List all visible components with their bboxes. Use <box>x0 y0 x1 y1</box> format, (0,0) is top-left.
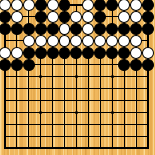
stone-black <box>142 0 154 11</box>
board-cell[interactable] <box>0 0 11 11</box>
board-cell[interactable] <box>23 59 35 71</box>
board-cell[interactable] <box>35 35 47 47</box>
go-board[interactable] <box>0 0 155 155</box>
board-cell[interactable] <box>11 23 23 35</box>
stone-white <box>94 35 106 47</box>
stone-black <box>118 47 130 59</box>
board-cell[interactable] <box>0 11 11 23</box>
stone-black <box>59 0 71 11</box>
stone-black <box>106 0 118 11</box>
stone-white <box>70 35 82 47</box>
board-cell[interactable] <box>82 11 94 23</box>
stone-white <box>0 0 11 11</box>
board-cell[interactable] <box>118 35 130 47</box>
board-cell[interactable] <box>11 59 23 71</box>
stone-white <box>47 35 59 47</box>
board-cell[interactable] <box>35 47 47 59</box>
stone-white <box>118 35 130 47</box>
board-cell[interactable] <box>118 0 130 11</box>
stone-black <box>142 59 154 71</box>
stone-white <box>0 47 11 59</box>
board-cell[interactable] <box>35 0 47 11</box>
board-cell[interactable] <box>59 0 71 11</box>
board-cell[interactable] <box>94 0 106 11</box>
board-cell[interactable] <box>130 0 142 11</box>
board-cell[interactable] <box>106 35 118 47</box>
board-cell[interactable] <box>70 23 82 35</box>
board-cell[interactable] <box>0 47 11 59</box>
stone-black <box>70 23 82 35</box>
board-cell[interactable] <box>70 11 82 23</box>
stone-black <box>82 47 94 59</box>
stone-black <box>70 47 82 59</box>
stone-black <box>130 59 142 71</box>
board-cell[interactable] <box>0 59 11 71</box>
board-cell[interactable] <box>23 0 35 11</box>
board-cell[interactable] <box>23 47 35 59</box>
board-cell[interactable] <box>94 11 106 23</box>
stone-white <box>142 47 154 59</box>
stone-white <box>59 35 71 47</box>
board-cell[interactable] <box>82 0 94 11</box>
stone-black <box>106 47 118 59</box>
stone-black <box>118 59 130 71</box>
stone-black <box>23 59 35 71</box>
board-cell[interactable] <box>118 59 130 71</box>
stone-white <box>130 0 142 11</box>
board-cell[interactable] <box>142 47 154 59</box>
board-cell[interactable] <box>70 47 82 59</box>
board-cell[interactable] <box>142 0 154 11</box>
stone-black <box>142 11 154 23</box>
board-cell[interactable] <box>47 11 59 23</box>
board-cell[interactable] <box>47 35 59 47</box>
board-cell[interactable] <box>130 35 142 47</box>
board-cell[interactable] <box>47 0 59 11</box>
stone-white <box>118 0 130 11</box>
stone-white <box>47 11 59 23</box>
board-cell[interactable] <box>11 47 23 59</box>
board-cell[interactable] <box>130 59 142 71</box>
stone-white <box>130 47 142 59</box>
stone-black <box>0 59 11 71</box>
stone-black <box>35 47 47 59</box>
board-cell[interactable] <box>130 23 142 35</box>
stone-black <box>59 47 71 59</box>
board-cell[interactable] <box>94 47 106 59</box>
stone-white <box>106 35 118 47</box>
stone-white <box>118 11 130 23</box>
stone-white <box>82 11 94 23</box>
board-cell[interactable] <box>130 11 142 23</box>
board-cell[interactable] <box>82 23 94 35</box>
stone-black <box>23 23 35 35</box>
stone-black <box>142 23 154 35</box>
stone-black <box>47 47 59 59</box>
stone-black <box>94 11 106 23</box>
board-cell[interactable] <box>142 11 154 23</box>
board-cell[interactable] <box>35 11 47 23</box>
board-cell[interactable] <box>106 0 118 11</box>
stone-white <box>82 23 94 35</box>
board-cell[interactable] <box>23 23 35 35</box>
stone-black <box>94 47 106 59</box>
board-cell[interactable] <box>0 23 11 35</box>
board-cell[interactable] <box>35 23 47 35</box>
board-cell[interactable] <box>70 35 82 47</box>
board-cell[interactable] <box>23 35 35 47</box>
stone-white <box>23 35 35 47</box>
stone-black <box>35 11 47 23</box>
stone-black <box>130 23 142 35</box>
stone-white <box>11 0 23 11</box>
stone-white <box>130 11 142 23</box>
stone-black <box>35 23 47 35</box>
board-cell[interactable] <box>59 11 71 23</box>
board-cell[interactable] <box>94 23 106 35</box>
board-cell[interactable] <box>118 23 130 35</box>
board-cell[interactable] <box>11 11 23 23</box>
board-cell[interactable] <box>59 35 71 47</box>
stone-white <box>70 11 82 23</box>
board-cell[interactable] <box>47 23 59 35</box>
board-cell[interactable] <box>106 47 118 59</box>
stone-black <box>94 0 106 11</box>
stone-black <box>0 23 11 35</box>
stone-white <box>23 0 35 11</box>
stone-black <box>23 47 35 59</box>
board-cell[interactable] <box>11 0 23 11</box>
board-cell[interactable] <box>59 23 71 35</box>
stone-white <box>130 35 142 47</box>
board-stones-grid <box>0 0 154 154</box>
board-cell[interactable] <box>59 47 71 59</box>
board-cell[interactable] <box>142 59 154 71</box>
stone-white <box>35 35 47 47</box>
board-cell[interactable] <box>106 23 118 35</box>
stone-white <box>82 35 94 47</box>
stone-black <box>11 23 23 35</box>
stone-white <box>11 11 23 23</box>
stone-black <box>59 11 71 23</box>
board-cell[interactable] <box>94 35 106 47</box>
stone-black <box>35 0 47 11</box>
stone-black <box>94 23 106 35</box>
stone-black <box>0 11 11 23</box>
board-cell[interactable] <box>130 47 142 59</box>
stone-white <box>47 0 59 11</box>
stone-white <box>59 23 71 35</box>
board-cell[interactable] <box>82 47 94 59</box>
stone-white <box>11 47 23 59</box>
board-cell[interactable] <box>142 23 154 35</box>
board-cell[interactable] <box>118 47 130 59</box>
stone-black <box>106 23 118 35</box>
stone-white <box>82 0 94 11</box>
board-cell[interactable] <box>118 11 130 23</box>
stone-black <box>11 59 23 71</box>
stone-black <box>118 23 130 35</box>
stone-black <box>47 23 59 35</box>
board-cell[interactable] <box>47 47 59 59</box>
board-cell[interactable] <box>82 35 94 47</box>
